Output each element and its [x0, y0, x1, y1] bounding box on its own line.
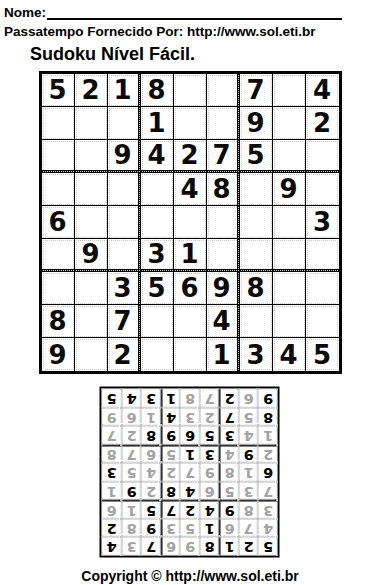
cell-r6c5: 1 [174, 239, 207, 272]
puzzle-grid: 521874192942754896393135698874921345 [39, 71, 342, 374]
cell-r5c6[interactable] [207, 206, 240, 239]
solution-cell-r1c4: 8 [200, 537, 220, 556]
cell-r4c7[interactable] [240, 173, 273, 206]
solution-cell-r9c5: 8 [180, 389, 200, 408]
cell-r4c6: 8 [207, 173, 240, 206]
solution-cell-r5c3: 8 [219, 463, 239, 482]
solution-cell-r4c3: 5 [219, 482, 239, 501]
solution-cell-r2c1: 4 [258, 519, 278, 538]
solution-cell-r3c1: 3 [258, 500, 278, 519]
solution-cell-r8c7: 1 [141, 408, 161, 427]
cell-r2c4: 1 [141, 107, 174, 140]
cell-r9c4[interactable] [141, 338, 174, 371]
solution-cell-r4c1: 7 [258, 482, 278, 501]
cell-r6c1[interactable] [42, 239, 75, 272]
solution-cell-r6c6: 5 [161, 445, 181, 464]
cell-r8c6: 4 [207, 305, 240, 338]
solution-cell-r6c3: 4 [219, 445, 239, 464]
cell-r7c2[interactable] [75, 272, 108, 305]
solution-cell-r9c2: 6 [239, 389, 259, 408]
solution-cell-r1c6: 6 [161, 537, 181, 556]
cell-r7c4: 5 [141, 272, 174, 305]
cell-r8c4[interactable] [141, 305, 174, 338]
solution-cell-r7c1: 1 [258, 426, 278, 445]
cell-r5c9: 3 [306, 206, 339, 239]
name-row: Nome: [4, 3, 342, 20]
cell-r1c7: 7 [240, 74, 273, 107]
cell-r8c9[interactable] [306, 305, 339, 338]
cell-r4c8: 9 [273, 173, 306, 206]
solution-cell-r3c3: 9 [219, 500, 239, 519]
cell-r2c9: 2 [306, 107, 339, 140]
solution-cell-r3c7: 5 [141, 500, 161, 519]
cell-r5c3[interactable] [108, 206, 141, 239]
solution-cell-r4c4: 6 [200, 482, 220, 501]
cell-r4c2[interactable] [75, 173, 108, 206]
solution-grid: 5218967344761539823894275167356482916189… [100, 387, 280, 558]
solution-cell-r6c4: 3 [200, 445, 220, 464]
solution-cell-r9c6: 1 [161, 389, 181, 408]
cell-r9c9: 5 [306, 338, 339, 371]
solution-cell-r8c9: 9 [102, 408, 122, 427]
cell-r2c2[interactable] [75, 107, 108, 140]
solution-cell-r7c7: 8 [141, 426, 161, 445]
cell-r8c8[interactable] [273, 305, 306, 338]
solution-cell-r7c5: 6 [180, 426, 200, 445]
solution-cell-r5c2: 1 [239, 463, 259, 482]
solution-cell-r2c7: 9 [141, 519, 161, 538]
solution-cell-r3c5: 2 [180, 500, 200, 519]
cell-r1c3: 1 [108, 74, 141, 107]
cell-r7c9[interactable] [306, 272, 339, 305]
solution-cell-r9c1: 9 [258, 389, 278, 408]
cell-r1c1: 5 [42, 74, 75, 107]
cell-r3c7: 5 [240, 140, 273, 173]
solution-cell-r7c8: 2 [122, 426, 142, 445]
cell-r5c1: 6 [42, 206, 75, 239]
solution-cell-r2c4: 1 [200, 519, 220, 538]
solution-cell-r1c3: 1 [219, 537, 239, 556]
cell-r4c9[interactable] [306, 173, 339, 206]
cell-r2c7: 9 [240, 107, 273, 140]
cell-r9c6: 1 [207, 338, 240, 371]
solution-cell-r2c3: 6 [219, 519, 239, 538]
cell-r6c3[interactable] [108, 239, 141, 272]
cell-r1c8[interactable] [273, 74, 306, 107]
solution-cell-r5c4: 9 [200, 463, 220, 482]
solution-cell-r2c8: 8 [122, 519, 142, 538]
solution-cell-r8c8: 6 [122, 408, 142, 427]
solution-cell-r6c9: 8 [102, 445, 122, 464]
solution-cell-r6c7: 6 [141, 445, 161, 464]
cell-r5c2[interactable] [75, 206, 108, 239]
solution-cell-r4c8: 9 [122, 482, 142, 501]
cell-r9c5[interactable] [174, 338, 207, 371]
solution-cell-r7c3: 3 [219, 426, 239, 445]
solution-cell-r9c4: 7 [200, 389, 220, 408]
name-line[interactable] [47, 3, 342, 20]
solution-cell-r3c4: 4 [200, 500, 220, 519]
solution-cell-r4c9: 1 [102, 482, 122, 501]
cell-r4c4[interactable] [141, 173, 174, 206]
cell-r6c9[interactable] [306, 239, 339, 272]
solution-cell-r2c9: 2 [102, 519, 122, 538]
solution-cell-r5c1: 6 [258, 463, 278, 482]
solution-cell-r8c4: 2 [200, 408, 220, 427]
cell-r4c5: 4 [174, 173, 207, 206]
solution-cell-r3c2: 8 [239, 500, 259, 519]
solution-cell-r4c7: 2 [141, 482, 161, 501]
solution-cell-r4c2: 3 [239, 482, 259, 501]
cell-r9c7: 3 [240, 338, 273, 371]
provided-by-text: Passatempo Fornecido Por: http://www.sol… [4, 24, 376, 39]
cell-r6c2: 9 [75, 239, 108, 272]
solution-cell-r5c7: 4 [141, 463, 161, 482]
solution-cell-r7c4: 5 [200, 426, 220, 445]
solution-cell-r5c5: 7 [180, 463, 200, 482]
cell-r6c8[interactable] [273, 239, 306, 272]
cell-r9c2[interactable] [75, 338, 108, 371]
solution-cell-r6c8: 7 [122, 445, 142, 464]
solution-cell-r5c8: 5 [122, 463, 142, 482]
solution-cell-r6c1: 2 [258, 445, 278, 464]
solution-cell-r5c6: 2 [161, 463, 181, 482]
cell-r1c9: 4 [306, 74, 339, 107]
solution-cell-r1c8: 3 [122, 537, 142, 556]
cell-r2c8[interactable] [273, 107, 306, 140]
cell-r5c8[interactable] [273, 206, 306, 239]
cell-r3c4: 4 [141, 140, 174, 173]
solution-cell-r9c7: 3 [141, 389, 161, 408]
solution-cell-r8c1: 8 [258, 408, 278, 427]
solution-cell-r3c8: 1 [122, 500, 142, 519]
cell-r6c6[interactable] [207, 239, 240, 272]
solution-cell-r6c5: 1 [180, 445, 200, 464]
solution-cell-r4c5: 4 [180, 482, 200, 501]
cell-r5c5[interactable] [174, 206, 207, 239]
cell-r7c5: 6 [174, 272, 207, 305]
solution-cell-r6c2: 9 [239, 445, 259, 464]
solution-cell-r8c3: 7 [219, 408, 239, 427]
solution-cell-r1c5: 9 [180, 537, 200, 556]
cell-r1c4: 8 [141, 74, 174, 107]
solution-cell-r1c2: 2 [239, 537, 259, 556]
cell-r2c3[interactable] [108, 107, 141, 140]
cell-r2c5[interactable] [174, 107, 207, 140]
solution-cell-r5c9: 3 [102, 463, 122, 482]
cell-r5c7[interactable] [240, 206, 273, 239]
name-label: Nome: [4, 5, 46, 20]
solution-cell-r3c6: 7 [161, 500, 181, 519]
cell-r8c1: 8 [42, 305, 75, 338]
cell-r4c1[interactable] [42, 173, 75, 206]
cell-r1c5[interactable] [174, 74, 207, 107]
solution-cell-r3c9: 6 [102, 500, 122, 519]
cell-r6c4: 3 [141, 239, 174, 272]
cell-r7c7: 8 [240, 272, 273, 305]
cell-r2c6[interactable] [207, 107, 240, 140]
cell-r2c1[interactable] [42, 107, 75, 140]
cell-r3c3: 9 [108, 140, 141, 173]
cell-r5c4[interactable] [141, 206, 174, 239]
cell-r9c1: 9 [42, 338, 75, 371]
solution-cell-r1c1: 5 [258, 537, 278, 556]
solution-cell-r7c2: 4 [239, 426, 259, 445]
solution-cell-r2c5: 5 [180, 519, 200, 538]
solution-cell-r4c6: 8 [161, 482, 181, 501]
solution-cell-r8c2: 5 [239, 408, 259, 427]
cell-r1c2: 2 [75, 74, 108, 107]
cell-r7c1[interactable] [42, 272, 75, 305]
cell-r8c7[interactable] [240, 305, 273, 338]
cell-r7c8[interactable] [273, 272, 306, 305]
solution-cell-r9c8: 4 [122, 389, 142, 408]
solution-cell-r1c7: 7 [141, 537, 161, 556]
cell-r4c3[interactable] [108, 173, 141, 206]
solution-cell-r9c9: 5 [102, 389, 122, 408]
cell-r9c8: 4 [273, 338, 306, 371]
cell-r6c7[interactable] [240, 239, 273, 272]
cell-r3c2[interactable] [75, 140, 108, 173]
cell-r8c2[interactable] [75, 305, 108, 338]
solution-cell-r8c6: 4 [161, 408, 181, 427]
cell-r7c3: 3 [108, 272, 141, 305]
cell-r3c9[interactable] [306, 140, 339, 173]
cell-r3c1[interactable] [42, 140, 75, 173]
cell-r8c3: 7 [108, 305, 141, 338]
cell-r9c3: 2 [108, 338, 141, 371]
solution-cell-r1c9: 4 [102, 537, 122, 556]
solution-cell-r2c2: 7 [239, 519, 259, 538]
cell-r3c8[interactable] [273, 140, 306, 173]
copyright-text: Copyright © http://www.sol.eti.br [0, 568, 380, 584]
solution-cell-r9c3: 2 [219, 389, 239, 408]
cell-r1c6[interactable] [207, 74, 240, 107]
solution-cell-r8c5: 3 [180, 408, 200, 427]
page-header: Nome: Passatempo Fornecido Por: http://w… [0, 0, 380, 65]
cell-r7c6: 9 [207, 272, 240, 305]
page-title: Sudoku Nível Fácil. [30, 44, 376, 65]
cell-r8c5[interactable] [174, 305, 207, 338]
solution-cell-r7c6: 9 [161, 426, 181, 445]
cell-r3c6: 7 [207, 140, 240, 173]
solution-cell-r2c6: 3 [161, 519, 181, 538]
cell-r3c5: 2 [174, 140, 207, 173]
solution-cell-r7c9: 7 [102, 426, 122, 445]
